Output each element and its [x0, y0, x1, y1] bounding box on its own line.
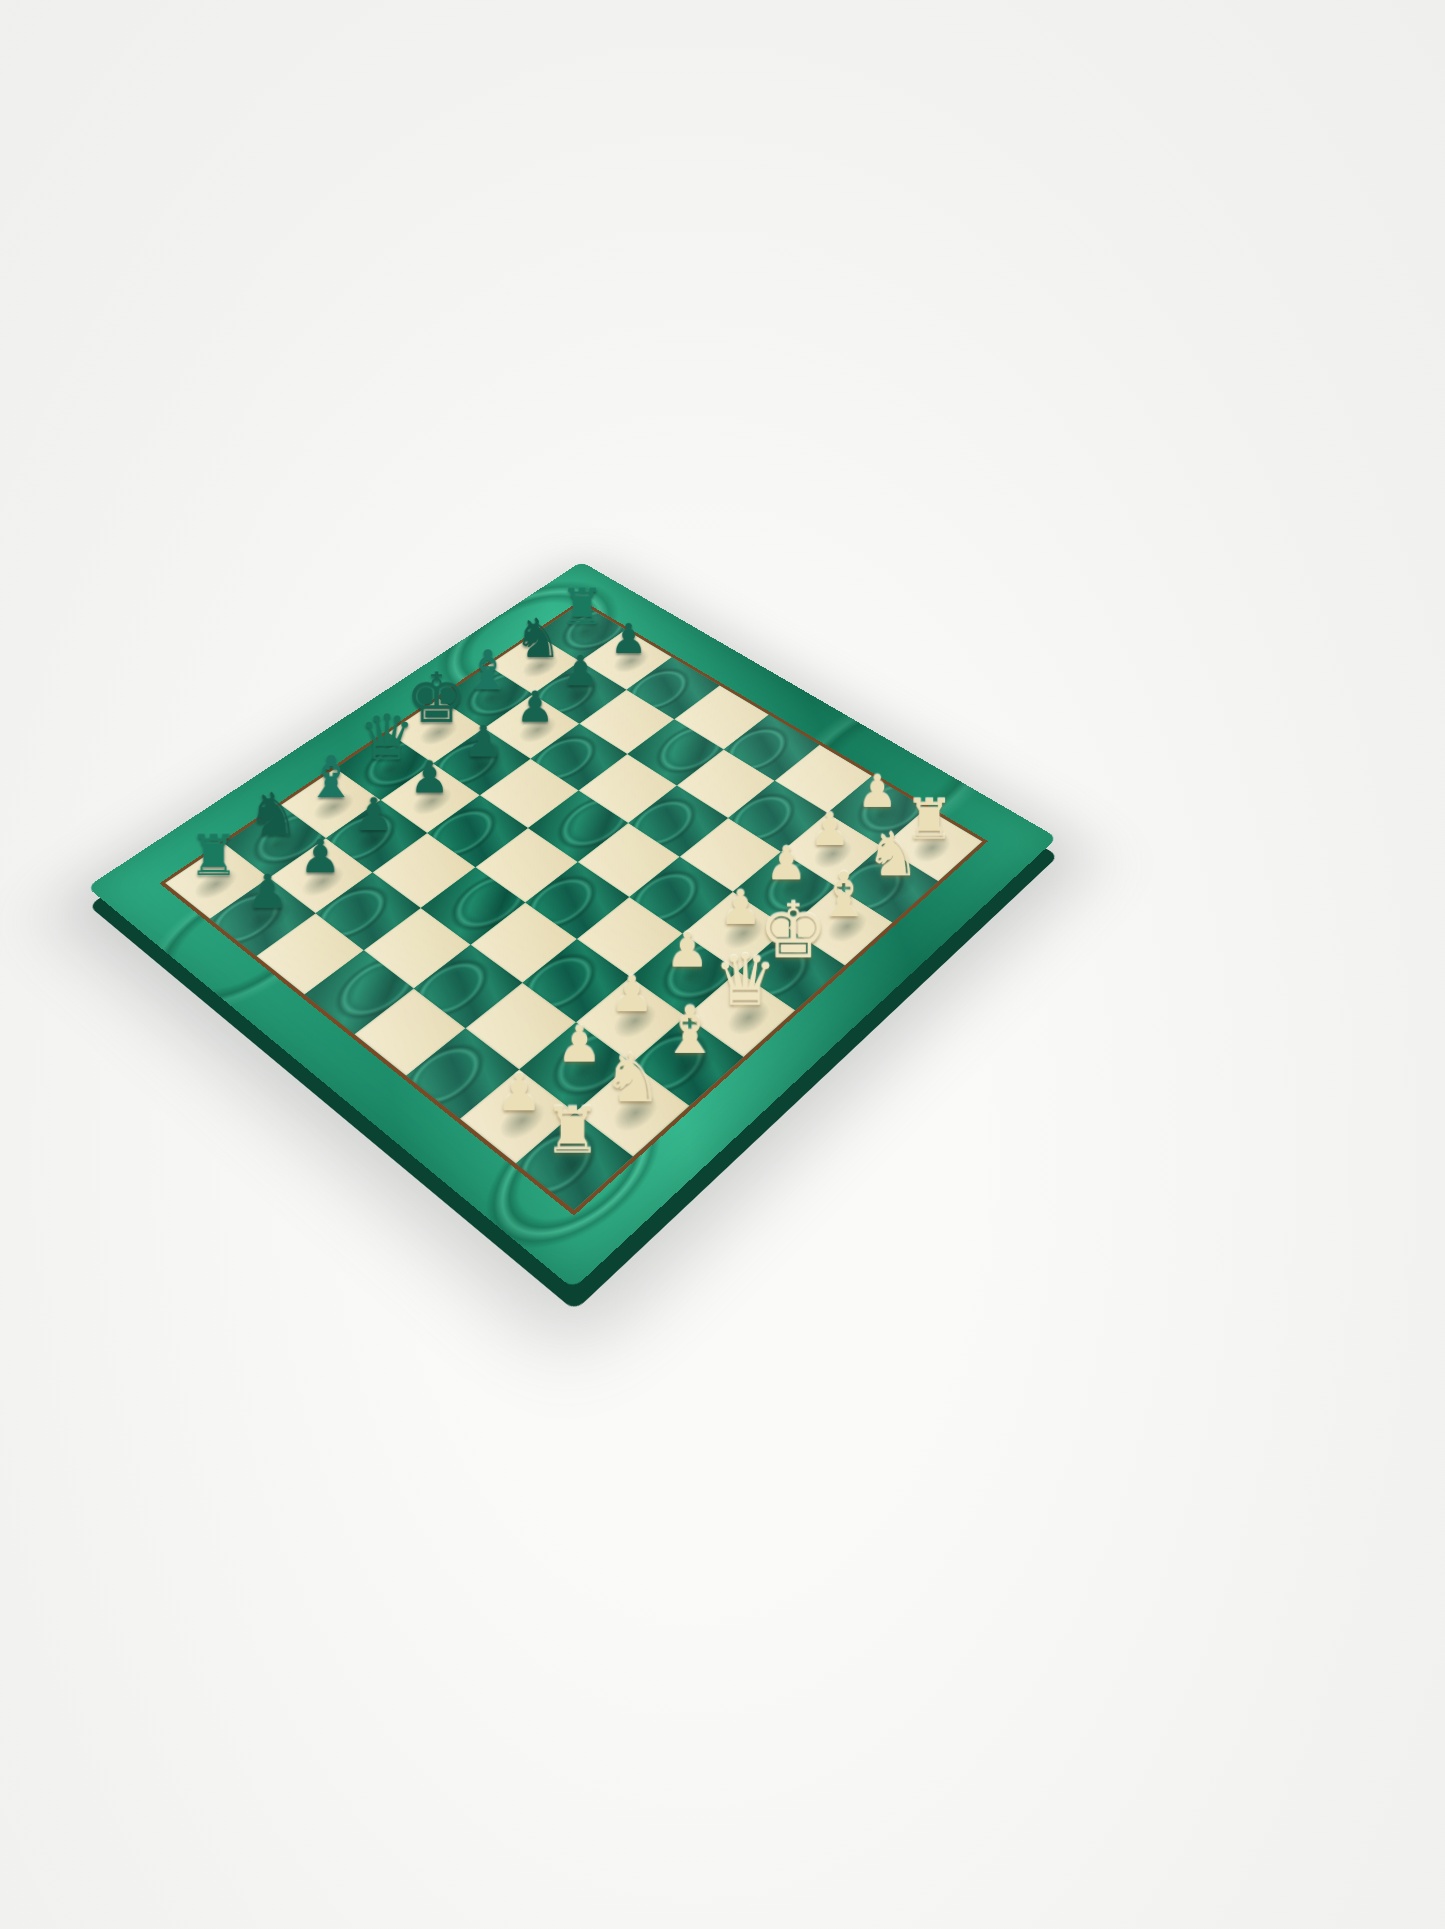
chess-board-slab: ♜♞♝♛♚♝♞♜♟♟♟♟♟♟♟♟♟♟♟♟♟♟♟♟♜♞♝♛♚♝♞♜ [87, 562, 1057, 1289]
black-pawn: ♟ [196, 870, 340, 915]
product-photo: ♜♞♝♛♚♝♞♜♟♟♟♟♟♟♟♟♟♟♟♟♟♟♟♟♜♞♝♛♚♝♞♜ [0, 0, 1445, 1929]
piece-at-a7: ♟ [213, 875, 319, 953]
white-rook: ♜ [492, 1100, 653, 1161]
piece-at-a1: ♜ [512, 1112, 629, 1210]
pieces-layer: ♜♞♝♛♚♝♞♜♟♟♟♟♟♟♟♟♟♟♟♟♟♟♟♟♜♞♝♛♚♝♞♜ [165, 603, 982, 1210]
scene: ♜♞♝♛♚♝♞♜♟♟♟♟♟♟♟♟♟♟♟♟♟♟♟♟♜♞♝♛♚♝♞♜ [0, 0, 1445, 1929]
